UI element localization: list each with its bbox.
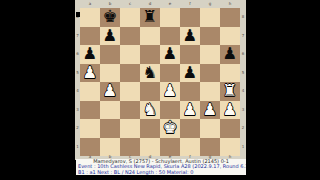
square-e7	[160, 27, 180, 46]
white-pawn-piece: ♟	[100, 82, 120, 101]
black-king-piece: ♚	[100, 8, 120, 27]
square-a6: ♟	[80, 45, 100, 64]
square-d6	[140, 45, 160, 64]
rank-label-right-5: 5	[240, 64, 246, 83]
black-rook-piece: ♜	[140, 8, 160, 27]
square-a3	[80, 101, 100, 120]
rank-labels-right: 87654321	[240, 8, 246, 156]
square-g6	[200, 45, 220, 64]
white-king-piece: ♚	[160, 119, 180, 138]
board-frame: abcdefgh 87654321 87654321 ♚♜♟♟♟♟♟♟♞♟♟♟♜…	[75, 0, 246, 160]
square-c7	[120, 27, 140, 46]
rank-label-right-6: 6	[240, 45, 246, 64]
file-label-top-g: g	[200, 0, 220, 7]
square-g8	[200, 8, 220, 27]
rank-label-right-1: 1	[240, 138, 246, 157]
square-f6	[180, 45, 200, 64]
square-a5: ♟	[80, 64, 100, 83]
board: ♚♜♟♟♟♟♟♟♞♟♟♟♜♞♟♟♟♚	[80, 8, 240, 156]
square-b8: ♚	[100, 8, 120, 27]
black-knight-piece: ♞	[140, 64, 160, 83]
file-label-top-c: c	[120, 0, 140, 7]
square-c4	[120, 82, 140, 101]
square-a2	[80, 119, 100, 138]
square-g4	[200, 82, 220, 101]
square-g2	[200, 119, 220, 138]
stats-line: B1 : a1 Next : BL / N24 Length : 50 Mate…	[76, 170, 246, 175]
square-h2	[220, 119, 240, 138]
file-label-top-f: f	[180, 0, 200, 7]
square-h4: ♜	[220, 82, 240, 101]
square-f8	[180, 8, 200, 27]
square-b5	[100, 64, 120, 83]
square-f3: ♟	[180, 101, 200, 120]
square-b4: ♟	[100, 82, 120, 101]
square-e8	[160, 8, 180, 27]
white-pawn-piece: ♟	[220, 101, 240, 120]
square-b6	[100, 45, 120, 64]
square-h8	[220, 8, 240, 27]
rank-label-right-2: 2	[240, 119, 246, 138]
black-pawn-piece: ♟	[180, 27, 200, 46]
rank-label-right-8: 8	[240, 8, 246, 27]
file-labels-top: abcdefgh	[80, 0, 240, 7]
file-label-top-e: e	[160, 0, 180, 7]
file-label-top-b: b	[100, 0, 120, 7]
square-h7	[220, 27, 240, 46]
white-pawn-piece: ♟	[200, 101, 220, 120]
file-label-top-d: d	[140, 0, 160, 7]
square-f2	[180, 119, 200, 138]
square-e6: ♟	[160, 45, 180, 64]
black-pawn-piece: ♟	[220, 45, 240, 64]
square-a8	[80, 8, 100, 27]
rank-label-right-4: 4	[240, 82, 246, 101]
file-label-top-h: h	[220, 0, 240, 7]
black-pawn-piece: ♟	[180, 64, 200, 83]
rank-label-right-7: 7	[240, 27, 246, 46]
square-a7	[80, 27, 100, 46]
square-g5	[200, 64, 220, 83]
square-b3	[100, 101, 120, 120]
black-pawn-piece: ♟	[100, 27, 120, 46]
square-a4	[80, 82, 100, 101]
square-f4	[180, 82, 200, 101]
file-label-top-a: a	[80, 0, 100, 7]
square-d3: ♞	[140, 101, 160, 120]
black-pawn-piece: ♟	[80, 45, 100, 64]
square-d8: ♜	[140, 8, 160, 27]
white-pawn-piece: ♟	[180, 101, 200, 120]
info-panel: Mamedyarov, S (2757) - Schuylaert, Austi…	[76, 159, 246, 175]
square-h5	[220, 64, 240, 83]
square-c6	[120, 45, 140, 64]
square-c8	[120, 8, 140, 27]
square-c3	[120, 101, 140, 120]
square-d5: ♞	[140, 64, 160, 83]
square-e2: ♚	[160, 119, 180, 138]
square-g3: ♟	[200, 101, 220, 120]
square-f5: ♟	[180, 64, 200, 83]
square-d2	[140, 119, 160, 138]
square-e5	[160, 64, 180, 83]
rank-label-right-3: 3	[240, 101, 246, 120]
square-d7	[140, 27, 160, 46]
square-e3	[160, 101, 180, 120]
square-b2	[100, 119, 120, 138]
square-c5	[120, 64, 140, 83]
square-h6: ♟	[220, 45, 240, 64]
square-h3: ♟	[220, 101, 240, 120]
white-knight-piece: ♞	[140, 101, 160, 120]
square-e4: ♟	[160, 82, 180, 101]
white-pawn-piece: ♟	[160, 82, 180, 101]
square-g7	[200, 27, 220, 46]
square-b7: ♟	[100, 27, 120, 46]
square-d4	[140, 82, 160, 101]
black-pawn-piece: ♟	[160, 45, 180, 64]
white-rook-piece: ♜	[220, 82, 240, 101]
square-f7: ♟	[180, 27, 200, 46]
white-pawn-piece: ♟	[80, 64, 100, 83]
square-c2	[120, 119, 140, 138]
